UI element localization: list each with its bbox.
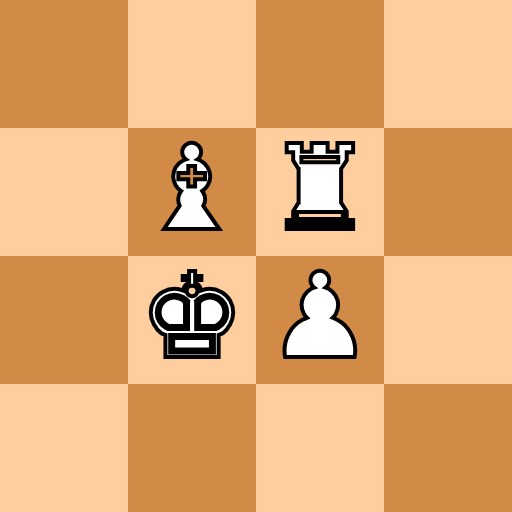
square-r0c3-light[interactable] bbox=[384, 0, 512, 128]
square-r2c1-light[interactable]: ♚ bbox=[128, 256, 256, 384]
chess-board: ♝♜♚♟ bbox=[0, 0, 512, 512]
square-r3c3-dark[interactable] bbox=[384, 384, 512, 512]
square-r2c0-dark[interactable] bbox=[0, 256, 128, 384]
square-r1c1-dark[interactable]: ♝ bbox=[128, 128, 256, 256]
square-r3c0-light[interactable] bbox=[0, 384, 128, 512]
square-r0c0-dark[interactable] bbox=[0, 0, 128, 128]
square-r2c2-dark[interactable]: ♟ bbox=[256, 256, 384, 384]
square-r0c2-dark[interactable] bbox=[256, 0, 384, 128]
square-r3c1-dark[interactable] bbox=[128, 384, 256, 512]
square-r1c2-light[interactable]: ♜ bbox=[256, 128, 384, 256]
white-rook[interactable]: ♜ bbox=[267, 129, 373, 247]
white-pawn[interactable]: ♟ bbox=[267, 257, 373, 375]
square-r2c3-light[interactable] bbox=[384, 256, 512, 384]
square-r1c3-dark[interactable] bbox=[384, 128, 512, 256]
square-r3c2-light[interactable] bbox=[256, 384, 384, 512]
white-bishop[interactable]: ♝ bbox=[139, 129, 245, 247]
white-king[interactable]: ♚ bbox=[139, 257, 245, 375]
square-r1c0-light[interactable] bbox=[0, 128, 128, 256]
square-r0c1-light[interactable] bbox=[128, 0, 256, 128]
chessboard-viewport: ♝♜♚♟ bbox=[0, 0, 512, 512]
